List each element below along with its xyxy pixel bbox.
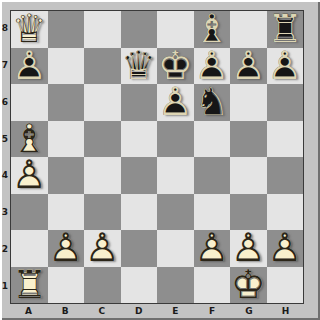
black-pawn[interactable]: ♟♙ bbox=[267, 48, 304, 85]
square-h5[interactable] bbox=[267, 121, 304, 158]
piece-glyph-outline: ♕ bbox=[121, 48, 158, 85]
square-d1[interactable] bbox=[121, 267, 158, 304]
white-pawn[interactable]: ♟♙ bbox=[11, 157, 48, 194]
square-d5[interactable] bbox=[121, 121, 158, 158]
square-f1[interactable] bbox=[194, 267, 231, 304]
square-f5[interactable] bbox=[194, 121, 231, 158]
square-f6[interactable]: ♞♘ bbox=[194, 84, 231, 121]
piece-glyph-outline: ♘ bbox=[194, 84, 231, 121]
square-e5[interactable] bbox=[157, 121, 194, 158]
square-b6[interactable] bbox=[48, 84, 85, 121]
square-h4[interactable] bbox=[267, 157, 304, 194]
square-b1[interactable] bbox=[48, 267, 85, 304]
square-a1[interactable]: ♜♖ bbox=[11, 267, 48, 304]
white-king[interactable]: ♚♔ bbox=[230, 267, 267, 304]
rank-label-6: 6 bbox=[0, 84, 10, 121]
square-c6[interactable] bbox=[84, 84, 121, 121]
board-frame: 87654321 ABCDEFGH ♛♕♝♗♜♖♟♙♛♕♚♔♟♙♟♙♟♙♟♙♞♘… bbox=[0, 0, 320, 320]
piece-glyph-outline: ♙ bbox=[48, 230, 85, 267]
rank-label-8: 8 bbox=[0, 10, 10, 47]
square-e3[interactable] bbox=[157, 194, 194, 231]
piece-glyph-outline: ♔ bbox=[230, 267, 267, 304]
square-g1[interactable]: ♚♔ bbox=[230, 267, 267, 304]
rank-label-4: 4 bbox=[0, 157, 10, 194]
piece-glyph-outline: ♖ bbox=[11, 267, 48, 304]
file-label-f: F bbox=[194, 304, 231, 318]
square-d7[interactable]: ♛♕ bbox=[121, 48, 158, 85]
white-pawn[interactable]: ♟♙ bbox=[48, 230, 85, 267]
rank-label-5: 5 bbox=[0, 120, 10, 157]
chessboard: ♛♕♝♗♜♖♟♙♛♕♚♔♟♙♟♙♟♙♟♙♞♘♝♗♟♙♟♙♟♙♟♙♟♙♟♙♜♖♚♔ bbox=[10, 10, 304, 304]
square-a4[interactable]: ♟♙ bbox=[11, 157, 48, 194]
square-f4[interactable] bbox=[194, 157, 231, 194]
square-c8[interactable] bbox=[84, 11, 121, 48]
square-f2[interactable]: ♟♙ bbox=[194, 230, 231, 267]
square-h1[interactable] bbox=[267, 267, 304, 304]
square-b2[interactable]: ♟♙ bbox=[48, 230, 85, 267]
square-c7[interactable] bbox=[84, 48, 121, 85]
piece-glyph-outline: ♙ bbox=[267, 48, 304, 85]
square-g7[interactable]: ♟♙ bbox=[230, 48, 267, 85]
square-a7[interactable]: ♟♙ bbox=[11, 48, 48, 85]
square-a3[interactable] bbox=[11, 194, 48, 231]
white-pawn[interactable]: ♟♙ bbox=[194, 230, 231, 267]
square-e6[interactable]: ♟♙ bbox=[157, 84, 194, 121]
square-e1[interactable] bbox=[157, 267, 194, 304]
file-label-b: B bbox=[47, 304, 84, 318]
piece-glyph-outline: ♙ bbox=[11, 48, 48, 85]
square-c4[interactable] bbox=[84, 157, 121, 194]
square-h2[interactable]: ♟♙ bbox=[267, 230, 304, 267]
piece-glyph-outline: ♙ bbox=[157, 84, 194, 121]
square-e2[interactable] bbox=[157, 230, 194, 267]
square-b4[interactable] bbox=[48, 157, 85, 194]
rank-label-1: 1 bbox=[0, 267, 10, 304]
square-g6[interactable] bbox=[230, 84, 267, 121]
black-pawn[interactable]: ♟♙ bbox=[230, 48, 267, 85]
square-b7[interactable] bbox=[48, 48, 85, 85]
rank-label-7: 7 bbox=[0, 47, 10, 84]
square-h7[interactable]: ♟♙ bbox=[267, 48, 304, 85]
square-d3[interactable] bbox=[121, 194, 158, 231]
piece-glyph-outline: ♙ bbox=[84, 230, 121, 267]
black-pawn[interactable]: ♟♙ bbox=[11, 48, 48, 85]
piece-glyph-outline: ♙ bbox=[194, 230, 231, 267]
square-g4[interactable] bbox=[230, 157, 267, 194]
square-e4[interactable] bbox=[157, 157, 194, 194]
piece-glyph-outline: ♙ bbox=[230, 48, 267, 85]
black-knight[interactable]: ♞♘ bbox=[194, 84, 231, 121]
file-label-d: D bbox=[120, 304, 157, 318]
square-b8[interactable] bbox=[48, 11, 85, 48]
square-c5[interactable] bbox=[84, 121, 121, 158]
square-d6[interactable] bbox=[121, 84, 158, 121]
piece-glyph-outline: ♙ bbox=[267, 230, 304, 267]
square-h6[interactable] bbox=[267, 84, 304, 121]
file-label-e: E bbox=[157, 304, 194, 318]
black-pawn[interactable]: ♟♙ bbox=[157, 84, 194, 121]
square-c2[interactable]: ♟♙ bbox=[84, 230, 121, 267]
file-label-h: H bbox=[267, 304, 304, 318]
piece-glyph-outline: ♙ bbox=[11, 157, 48, 194]
square-c1[interactable] bbox=[84, 267, 121, 304]
white-pawn[interactable]: ♟♙ bbox=[84, 230, 121, 267]
square-d4[interactable] bbox=[121, 157, 158, 194]
rank-label-2: 2 bbox=[0, 231, 10, 268]
white-rook[interactable]: ♜♖ bbox=[11, 267, 48, 304]
white-pawn[interactable]: ♟♙ bbox=[267, 230, 304, 267]
square-b5[interactable] bbox=[48, 121, 85, 158]
black-queen[interactable]: ♛♕ bbox=[121, 48, 158, 85]
rank-label-3: 3 bbox=[0, 194, 10, 231]
square-g5[interactable] bbox=[230, 121, 267, 158]
square-d2[interactable] bbox=[121, 230, 158, 267]
file-label-c: C bbox=[84, 304, 121, 318]
rank-labels: 87654321 bbox=[0, 10, 10, 304]
